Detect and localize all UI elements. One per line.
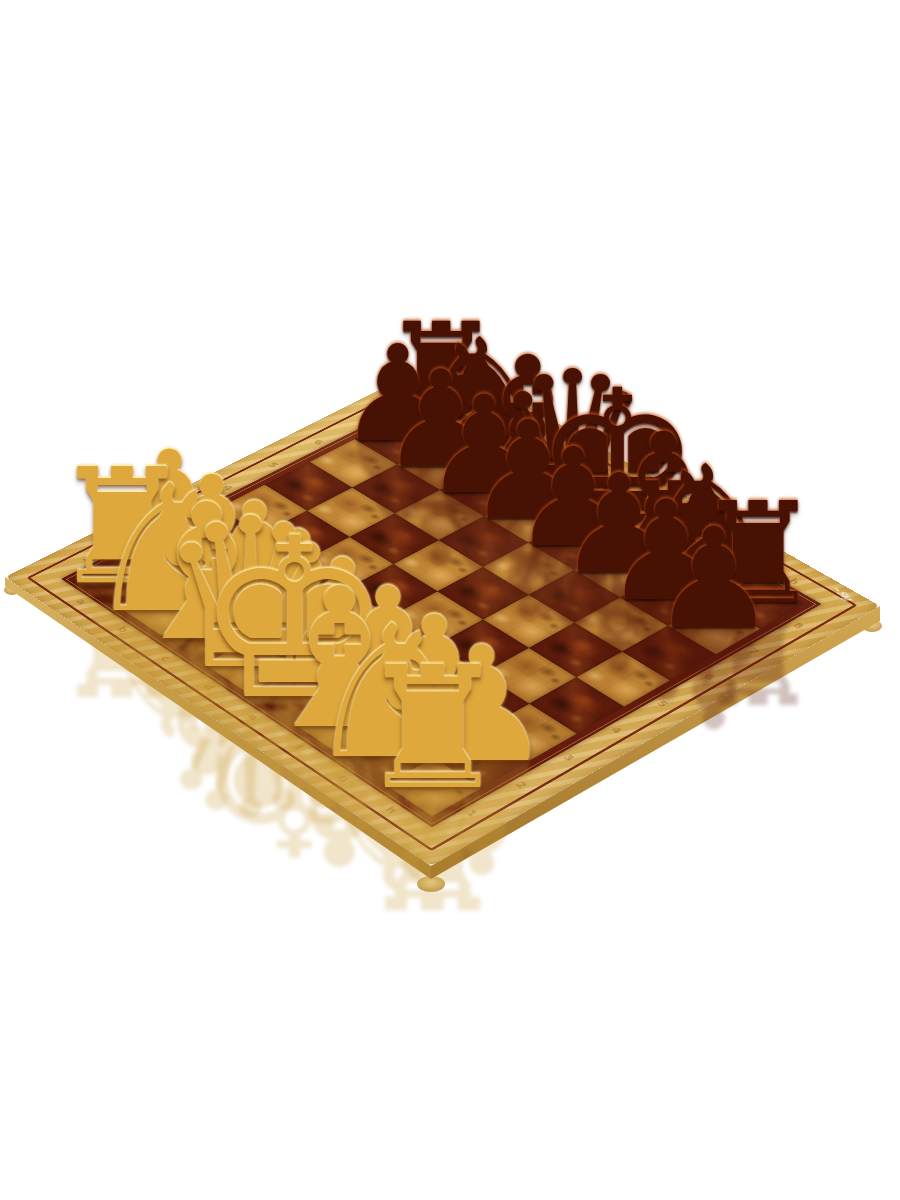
- product-photo-stage: aa11bb22cc33dd44ee55ff66gg77hh88 ~Sig ♜♜…: [0, 0, 900, 1200]
- black-pawn-glyph: ♟: [652, 510, 777, 649]
- pieces-layer: ♜♜♞♞♝♝♛♛♚♚♝♝♞♞♜♜♟♟♟♟♟♟♟♟♟♟♟♟♟♟♟♟♟♟♟♟♟♟♟♟…: [0, 0, 900, 1200]
- white-rook-glyph: ♜: [357, 644, 509, 813]
